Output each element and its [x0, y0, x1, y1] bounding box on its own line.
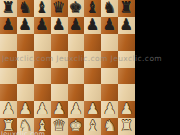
square-e3[interactable]	[68, 84, 85, 101]
square-g4[interactable]	[101, 68, 118, 85]
square-d8[interactable]: ♛	[51, 0, 68, 17]
piece-black-pawn[interactable]: ♟	[103, 16, 116, 33]
square-h7[interactable]: ♟	[118, 17, 135, 34]
square-f3[interactable]	[84, 84, 101, 101]
piece-black-rook[interactable]: ♜	[120, 0, 133, 16]
square-f6[interactable]	[84, 34, 101, 51]
square-c7[interactable]: ♟	[34, 17, 51, 34]
piece-black-pawn[interactable]: ♟	[69, 16, 82, 33]
square-a2[interactable]: ♟	[0, 101, 17, 118]
square-b1[interactable]: ♞	[17, 118, 34, 135]
square-g8[interactable]: ♞	[101, 0, 118, 17]
piece-black-pawn[interactable]: ♟	[19, 16, 32, 33]
square-h2[interactable]: ♟	[118, 101, 135, 118]
square-c8[interactable]: ♝	[34, 0, 51, 17]
square-d6[interactable]	[51, 34, 68, 51]
square-c5[interactable]	[34, 51, 51, 68]
square-d2[interactable]: ♟	[51, 101, 68, 118]
square-b4[interactable]	[17, 68, 34, 85]
piece-black-rook[interactable]: ♜	[2, 0, 15, 16]
square-f8[interactable]: ♝	[84, 0, 101, 17]
square-e8[interactable]: ♚	[68, 0, 85, 17]
square-g3[interactable]	[101, 84, 118, 101]
piece-white-king[interactable]: ♚	[69, 118, 82, 135]
square-h5[interactable]	[118, 51, 135, 68]
piece-white-pawn[interactable]: ♟	[103, 101, 116, 118]
piece-white-pawn[interactable]: ♟	[69, 101, 82, 118]
square-b7[interactable]: ♟	[17, 17, 34, 34]
square-a1[interactable]: ♜	[0, 118, 17, 135]
piece-white-pawn[interactable]: ♟	[19, 101, 32, 118]
chess-board: ♜♞♝♛♚♝♞♜♟♟♟♟♟♟♟♟♟♟♟♟♟♟♟♟♜♞♝♛♚♝♞♜	[0, 0, 135, 135]
square-d3[interactable]	[51, 84, 68, 101]
piece-white-rook[interactable]: ♜	[120, 118, 133, 135]
square-e7[interactable]: ♟	[68, 17, 85, 34]
square-c3[interactable]	[34, 84, 51, 101]
square-g7[interactable]: ♟	[101, 17, 118, 34]
piece-white-queen[interactable]: ♛	[52, 118, 65, 135]
piece-black-bishop[interactable]: ♝	[35, 0, 48, 16]
square-a4[interactable]	[0, 68, 17, 85]
square-f2[interactable]: ♟	[84, 101, 101, 118]
piece-white-bishop[interactable]: ♝	[86, 118, 99, 135]
square-h8[interactable]: ♜	[118, 0, 135, 17]
square-b6[interactable]	[17, 34, 34, 51]
square-h4[interactable]	[118, 68, 135, 85]
square-b8[interactable]: ♞	[17, 0, 34, 17]
square-f1[interactable]: ♝	[84, 118, 101, 135]
square-e6[interactable]	[68, 34, 85, 51]
square-f7[interactable]: ♟	[84, 17, 101, 34]
game-window: { "game": "chess", "position": { "fen": …	[0, 0, 180, 135]
square-g5[interactable]	[101, 51, 118, 68]
square-e5[interactable]	[68, 51, 85, 68]
piece-white-bishop[interactable]: ♝	[35, 118, 48, 135]
piece-black-bishop[interactable]: ♝	[86, 0, 99, 16]
piece-white-pawn[interactable]: ♟	[35, 101, 48, 118]
square-f4[interactable]	[84, 68, 101, 85]
square-d4[interactable]	[51, 68, 68, 85]
square-a5[interactable]	[0, 51, 17, 68]
square-c1[interactable]: ♝	[34, 118, 51, 135]
piece-white-pawn[interactable]: ♟	[120, 101, 133, 118]
square-a8[interactable]: ♜	[0, 0, 17, 17]
square-c2[interactable]: ♟	[34, 101, 51, 118]
piece-white-knight[interactable]: ♞	[19, 118, 32, 135]
square-h3[interactable]	[118, 84, 135, 101]
square-d7[interactable]: ♟	[51, 17, 68, 34]
piece-black-knight[interactable]: ♞	[103, 0, 116, 16]
square-f5[interactable]	[84, 51, 101, 68]
square-h1[interactable]: ♜	[118, 118, 135, 135]
piece-black-pawn[interactable]: ♟	[2, 16, 15, 33]
square-b2[interactable]: ♟	[17, 101, 34, 118]
piece-black-pawn[interactable]: ♟	[86, 16, 99, 33]
piece-black-king[interactable]: ♚	[69, 0, 82, 16]
piece-white-rook[interactable]: ♜	[2, 118, 15, 135]
square-b3[interactable]	[17, 84, 34, 101]
square-g2[interactable]: ♟	[101, 101, 118, 118]
square-g1[interactable]: ♞	[101, 118, 118, 135]
piece-white-pawn[interactable]: ♟	[2, 101, 15, 118]
square-e2[interactable]: ♟	[68, 101, 85, 118]
piece-white-pawn[interactable]: ♟	[52, 101, 65, 118]
square-c6[interactable]	[34, 34, 51, 51]
square-g6[interactable]	[101, 34, 118, 51]
piece-black-pawn[interactable]: ♟	[120, 16, 133, 33]
piece-black-pawn[interactable]: ♟	[35, 16, 48, 33]
square-b5[interactable]	[17, 51, 34, 68]
piece-white-pawn[interactable]: ♟	[86, 101, 99, 118]
piece-white-knight[interactable]: ♞	[103, 118, 116, 135]
square-h6[interactable]	[118, 34, 135, 51]
square-a6[interactable]	[0, 34, 17, 51]
square-e1[interactable]: ♚	[68, 118, 85, 135]
piece-black-knight[interactable]: ♞	[19, 0, 32, 16]
square-d5[interactable]	[51, 51, 68, 68]
square-d1[interactable]: ♛	[51, 118, 68, 135]
square-c4[interactable]	[34, 68, 51, 85]
square-a3[interactable]	[0, 84, 17, 101]
piece-black-queen[interactable]: ♛	[52, 0, 65, 16]
square-a7[interactable]: ♟	[0, 17, 17, 34]
square-e4[interactable]	[68, 68, 85, 85]
piece-black-pawn[interactable]: ♟	[52, 16, 65, 33]
